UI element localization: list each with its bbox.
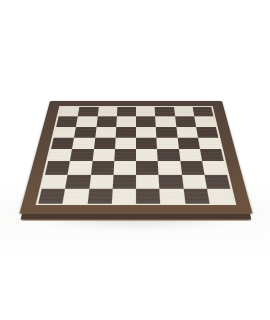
square-c5: [94, 137, 116, 149]
square-b1: [63, 189, 89, 204]
square-c4: [92, 149, 115, 161]
square-d6: [115, 127, 136, 138]
square-h5: [198, 137, 221, 149]
square-d5: [115, 137, 136, 149]
square-d7: [116, 117, 136, 127]
square-e2: [136, 174, 160, 188]
square-g5: [177, 137, 200, 149]
square-e3: [136, 161, 159, 174]
square-a6: [54, 127, 76, 138]
square-e1: [136, 189, 160, 204]
square-g1: [183, 189, 209, 204]
square-h4: [200, 149, 224, 161]
square-a7: [56, 117, 78, 127]
square-b2: [65, 174, 90, 188]
square-f7: [155, 117, 176, 127]
square-d4: [114, 149, 136, 161]
square-f2: [159, 174, 183, 188]
square-c2: [89, 174, 113, 188]
square-h6: [196, 127, 218, 138]
square-f5: [157, 137, 179, 149]
square-g6: [176, 127, 198, 138]
chess-board-frame: [19, 101, 252, 214]
board-squares-grid: [36, 106, 237, 205]
square-a1: [38, 189, 65, 204]
square-d2: [112, 174, 136, 188]
board-scene: [37, 50, 235, 248]
square-b6: [74, 127, 96, 138]
square-f6: [156, 127, 177, 138]
square-e6: [136, 127, 157, 138]
square-b5: [72, 137, 95, 149]
square-g8: [174, 107, 194, 117]
square-f4: [157, 149, 180, 161]
square-c1: [87, 189, 112, 204]
square-h2: [204, 174, 230, 188]
square-d8: [117, 107, 136, 117]
square-b4: [70, 149, 93, 161]
square-c6: [95, 127, 116, 138]
square-g3: [180, 161, 204, 174]
square-g7: [175, 117, 196, 127]
square-h3: [202, 161, 227, 174]
square-d1: [112, 189, 136, 204]
square-g4: [179, 149, 202, 161]
square-c7: [96, 117, 117, 127]
square-f3: [158, 161, 181, 174]
square-f8: [155, 107, 175, 117]
square-c3: [91, 161, 114, 174]
square-h7: [194, 117, 216, 127]
square-e8: [136, 107, 155, 117]
photo-background: [0, 0, 270, 320]
square-a8: [59, 107, 80, 117]
square-e5: [136, 137, 157, 149]
square-a3: [45, 161, 70, 174]
square-h8: [192, 107, 213, 117]
square-a5: [51, 137, 74, 149]
square-b7: [76, 117, 97, 127]
square-c8: [97, 107, 117, 117]
square-b8: [78, 107, 98, 117]
square-a4: [48, 149, 72, 161]
square-h1: [207, 189, 234, 204]
square-b3: [68, 161, 92, 174]
square-f1: [160, 189, 185, 204]
square-e7: [136, 117, 156, 127]
product-photo: { "game": "chess", "position": { "fen": …: [0, 0, 270, 320]
square-a2: [42, 174, 68, 188]
square-e4: [136, 149, 158, 161]
square-g2: [181, 174, 206, 188]
square-d3: [113, 161, 136, 174]
